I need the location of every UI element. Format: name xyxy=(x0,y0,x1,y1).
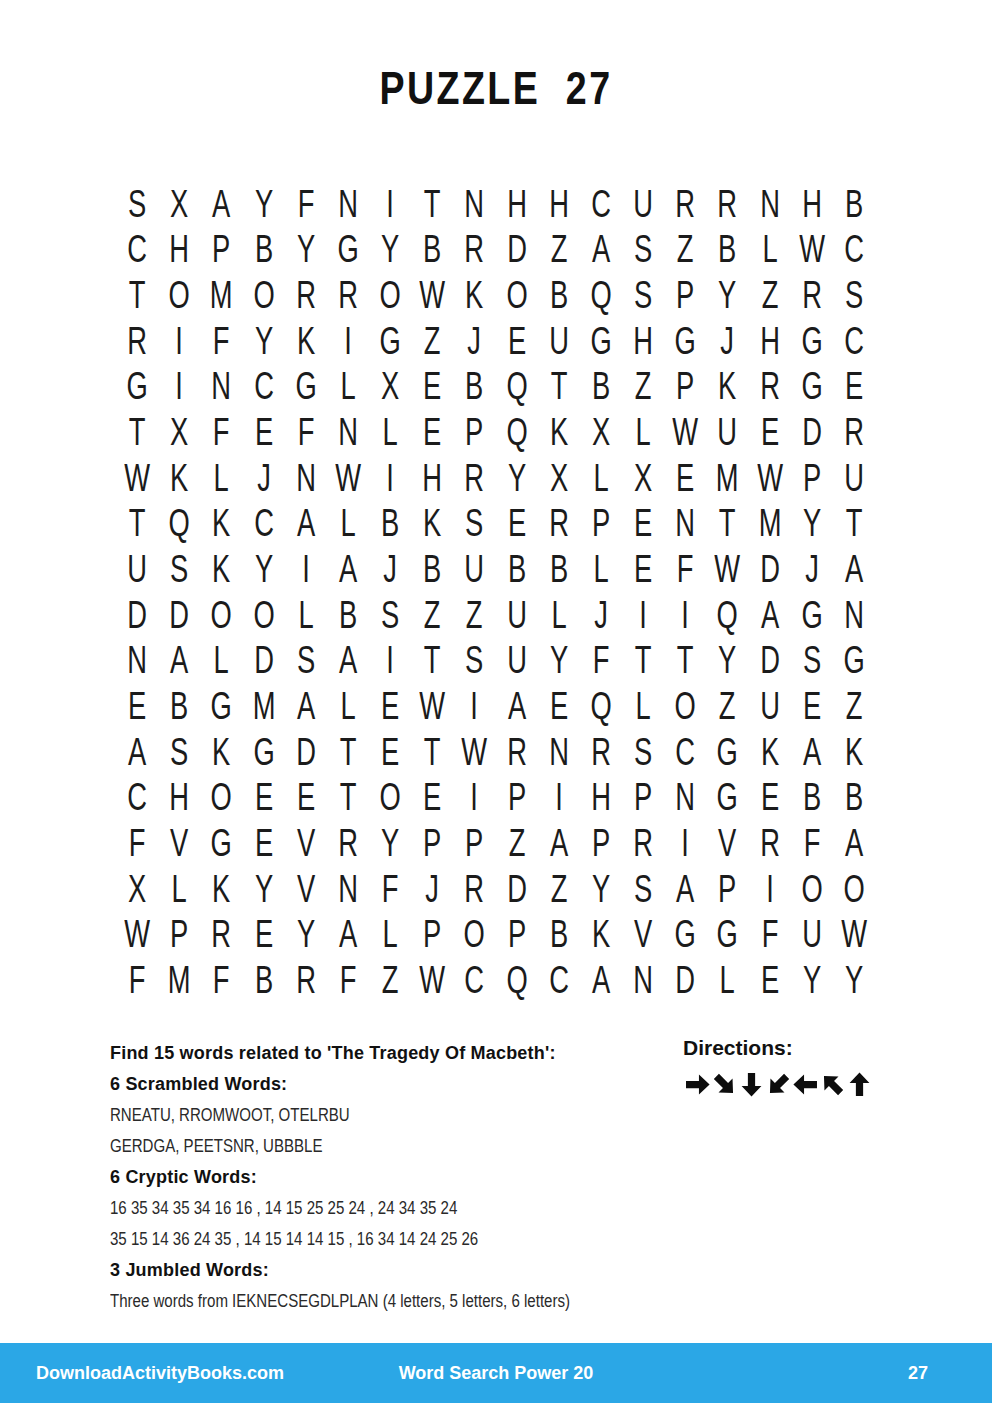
grid-cell[interactable]: I xyxy=(375,638,405,684)
grid-cell[interactable]: V xyxy=(291,820,321,866)
grid-cell[interactable]: U xyxy=(754,683,784,729)
grid-cell[interactable]: A xyxy=(797,729,827,775)
grid-cell[interactable]: F xyxy=(206,957,236,1003)
grid-cell[interactable]: Q xyxy=(586,272,616,318)
grid-cell[interactable]: A xyxy=(586,957,616,1003)
grid-cell[interactable]: W xyxy=(670,409,700,455)
grid-cell[interactable]: B xyxy=(164,683,194,729)
grid-cell[interactable]: J xyxy=(248,455,278,501)
grid-cell[interactable]: Y xyxy=(291,912,321,958)
grid-cell[interactable]: Y xyxy=(248,181,278,227)
grid-cell[interactable]: W xyxy=(417,957,447,1003)
grid-cell[interactable]: I xyxy=(291,546,321,592)
grid-cell[interactable]: B xyxy=(248,957,278,1003)
grid-cell[interactable]: L xyxy=(333,501,363,547)
grid-cell[interactable]: J xyxy=(797,546,827,592)
grid-cell[interactable]: Z xyxy=(544,227,574,273)
grid-cell[interactable]: I xyxy=(670,820,700,866)
grid-cell[interactable]: I xyxy=(459,683,489,729)
grid-cell[interactable]: K xyxy=(291,318,321,364)
grid-cell[interactable]: O xyxy=(248,592,278,638)
grid-cell[interactable]: H xyxy=(797,181,827,227)
grid-cell[interactable]: C xyxy=(670,729,700,775)
grid-cell[interactable]: W xyxy=(459,729,489,775)
grid-cell[interactable]: A xyxy=(333,912,363,958)
grid-cell[interactable]: S xyxy=(459,501,489,547)
grid-cell[interactable]: F xyxy=(754,912,784,958)
grid-cell[interactable]: O xyxy=(375,272,405,318)
grid-cell[interactable]: B xyxy=(375,501,405,547)
grid-cell[interactable]: P xyxy=(670,272,700,318)
grid-cell[interactable]: R xyxy=(839,409,869,455)
grid-cell[interactable]: K xyxy=(712,364,742,410)
grid-cell[interactable]: G xyxy=(670,912,700,958)
grid-cell[interactable]: W xyxy=(122,912,152,958)
grid-cell[interactable]: I xyxy=(459,775,489,821)
grid-cell[interactable]: Y xyxy=(797,501,827,547)
grid-cell[interactable]: V xyxy=(628,912,658,958)
grid-cell[interactable]: H xyxy=(586,775,616,821)
grid-cell[interactable]: T xyxy=(839,501,869,547)
grid-cell[interactable]: P xyxy=(586,820,616,866)
grid-cell[interactable]: G xyxy=(586,318,616,364)
grid-cell[interactable]: X xyxy=(628,455,658,501)
grid-cell[interactable]: O xyxy=(206,592,236,638)
grid-cell[interactable]: T xyxy=(670,638,700,684)
grid-cell[interactable]: A xyxy=(333,546,363,592)
grid-cell[interactable]: R xyxy=(544,501,574,547)
grid-cell[interactable]: N xyxy=(670,501,700,547)
grid-cell[interactable]: L xyxy=(375,912,405,958)
grid-cell[interactable]: M xyxy=(206,272,236,318)
grid-cell[interactable]: T xyxy=(122,501,152,547)
grid-cell[interactable]: E xyxy=(754,409,784,455)
grid-cell[interactable]: T xyxy=(417,181,447,227)
grid-cell[interactable]: Z xyxy=(459,592,489,638)
grid-cell[interactable]: P xyxy=(164,912,194,958)
grid-cell[interactable]: G xyxy=(712,775,742,821)
grid-cell[interactable]: W xyxy=(754,455,784,501)
grid-cell[interactable]: L xyxy=(712,957,742,1003)
grid-cell[interactable]: Y xyxy=(501,455,531,501)
grid-cell[interactable]: G xyxy=(797,592,827,638)
grid-cell[interactable]: U xyxy=(122,546,152,592)
grid-cell[interactable]: I xyxy=(164,318,194,364)
grid-cell[interactable]: F xyxy=(122,957,152,1003)
grid-cell[interactable]: E xyxy=(248,775,278,821)
grid-cell[interactable]: O xyxy=(839,866,869,912)
grid-cell[interactable]: X xyxy=(122,866,152,912)
grid-cell[interactable]: M xyxy=(712,455,742,501)
grid-cell[interactable]: B xyxy=(333,592,363,638)
grid-cell[interactable]: E xyxy=(501,501,531,547)
grid-cell[interactable]: W xyxy=(797,227,827,273)
grid-cell[interactable]: C xyxy=(459,957,489,1003)
grid-cell[interactable]: T xyxy=(122,272,152,318)
grid-cell[interactable]: K xyxy=(417,501,447,547)
grid-cell[interactable]: P xyxy=(797,455,827,501)
grid-cell[interactable]: U xyxy=(797,912,827,958)
grid-cell[interactable]: R xyxy=(333,272,363,318)
grid-cell[interactable]: D xyxy=(754,546,784,592)
grid-cell[interactable]: I xyxy=(670,592,700,638)
grid-cell[interactable]: I xyxy=(375,181,405,227)
grid-cell[interactable]: T xyxy=(122,409,152,455)
grid-cell[interactable]: E xyxy=(628,501,658,547)
grid-cell[interactable]: Z xyxy=(417,592,447,638)
grid-cell[interactable]: Y xyxy=(375,227,405,273)
grid-cell[interactable]: C xyxy=(839,318,869,364)
grid-cell[interactable]: Z xyxy=(375,957,405,1003)
grid-cell[interactable]: P xyxy=(712,866,742,912)
grid-cell[interactable]: Q xyxy=(164,501,194,547)
grid-cell[interactable]: O xyxy=(375,775,405,821)
grid-cell[interactable]: W xyxy=(712,546,742,592)
grid-cell[interactable]: G xyxy=(291,364,321,410)
grid-cell[interactable]: E xyxy=(417,409,447,455)
grid-cell[interactable]: B xyxy=(712,227,742,273)
grid-cell[interactable]: P xyxy=(628,775,658,821)
grid-cell[interactable]: B xyxy=(544,546,574,592)
grid-cell[interactable]: R xyxy=(291,272,321,318)
grid-cell[interactable]: N xyxy=(628,957,658,1003)
grid-cell[interactable]: Z xyxy=(712,683,742,729)
grid-cell[interactable]: T xyxy=(712,501,742,547)
grid-cell[interactable]: B xyxy=(417,546,447,592)
grid-cell[interactable]: B xyxy=(839,775,869,821)
grid-cell[interactable]: K xyxy=(206,866,236,912)
grid-cell[interactable]: Y xyxy=(248,318,278,364)
grid-cell[interactable]: B xyxy=(248,227,278,273)
grid-cell[interactable]: Q xyxy=(501,957,531,1003)
grid-cell[interactable]: Y xyxy=(712,638,742,684)
grid-cell[interactable]: O xyxy=(670,683,700,729)
grid-cell[interactable]: L xyxy=(628,409,658,455)
grid-cell[interactable]: G xyxy=(670,318,700,364)
grid-cell[interactable]: Y xyxy=(839,957,869,1003)
grid-cell[interactable]: E xyxy=(797,683,827,729)
grid-cell[interactable]: R xyxy=(459,866,489,912)
grid-cell[interactable]: S xyxy=(839,272,869,318)
grid-cell[interactable]: B xyxy=(544,912,574,958)
grid-cell[interactable]: R xyxy=(459,227,489,273)
grid-cell[interactable]: V xyxy=(291,866,321,912)
grid-cell[interactable]: H xyxy=(164,775,194,821)
grid-cell[interactable]: T xyxy=(333,775,363,821)
grid-cell[interactable]: F xyxy=(291,181,321,227)
grid-cell[interactable]: Y xyxy=(291,227,321,273)
grid-cell[interactable]: A xyxy=(544,820,574,866)
grid-cell[interactable]: A xyxy=(206,181,236,227)
grid-cell[interactable]: S xyxy=(797,638,827,684)
grid-cell[interactable]: C xyxy=(248,364,278,410)
grid-cell[interactable]: M xyxy=(754,501,784,547)
grid-cell[interactable]: L xyxy=(544,592,574,638)
grid-cell[interactable]: V xyxy=(712,820,742,866)
grid-cell[interactable]: M xyxy=(248,683,278,729)
grid-cell[interactable]: F xyxy=(291,409,321,455)
grid-cell[interactable]: E xyxy=(754,957,784,1003)
grid-cell[interactable]: Y xyxy=(544,638,574,684)
grid-cell[interactable]: F xyxy=(586,638,616,684)
grid-cell[interactable]: W xyxy=(417,272,447,318)
grid-cell[interactable]: J xyxy=(417,866,447,912)
grid-cell[interactable]: L xyxy=(628,683,658,729)
grid-cell[interactable]: D xyxy=(797,409,827,455)
grid-cell[interactable]: Q xyxy=(501,364,531,410)
grid-cell[interactable]: X xyxy=(544,455,574,501)
grid-cell[interactable]: N xyxy=(333,181,363,227)
grid-cell[interactable]: R xyxy=(206,912,236,958)
grid-cell[interactable]: E xyxy=(670,455,700,501)
grid-cell[interactable]: J xyxy=(459,318,489,364)
grid-cell[interactable]: S xyxy=(628,227,658,273)
grid-cell[interactable]: W xyxy=(122,455,152,501)
grid-cell[interactable]: B xyxy=(459,364,489,410)
grid-cell[interactable]: K xyxy=(754,729,784,775)
grid-cell[interactable]: Z xyxy=(417,318,447,364)
grid-cell[interactable]: X xyxy=(586,409,616,455)
grid-cell[interactable]: E xyxy=(417,364,447,410)
grid-cell[interactable]: R xyxy=(670,181,700,227)
grid-cell[interactable]: H xyxy=(754,318,784,364)
grid-cell[interactable]: F xyxy=(206,409,236,455)
grid-cell[interactable]: F xyxy=(333,957,363,1003)
grid-cell[interactable]: Z xyxy=(839,683,869,729)
grid-cell[interactable]: T xyxy=(417,638,447,684)
grid-cell[interactable]: G xyxy=(375,318,405,364)
grid-cell[interactable]: A xyxy=(122,729,152,775)
grid-cell[interactable]: T xyxy=(417,729,447,775)
grid-cell[interactable]: O xyxy=(459,912,489,958)
grid-cell[interactable]: K xyxy=(459,272,489,318)
grid-cell[interactable]: D xyxy=(501,227,531,273)
grid-cell[interactable]: G xyxy=(206,820,236,866)
grid-cell[interactable]: E xyxy=(417,775,447,821)
grid-cell[interactable]: A xyxy=(839,546,869,592)
grid-cell[interactable]: K xyxy=(839,729,869,775)
grid-cell[interactable]: E xyxy=(248,912,278,958)
grid-cell[interactable]: N xyxy=(754,181,784,227)
grid-cell[interactable]: K xyxy=(544,409,574,455)
grid-cell[interactable]: N xyxy=(291,455,321,501)
grid-cell[interactable]: H xyxy=(417,455,447,501)
grid-cell[interactable]: S xyxy=(164,729,194,775)
grid-cell[interactable]: N xyxy=(333,866,363,912)
grid-cell[interactable]: K xyxy=(164,455,194,501)
grid-cell[interactable]: R xyxy=(797,272,827,318)
grid-cell[interactable]: E xyxy=(375,683,405,729)
grid-cell[interactable]: Y xyxy=(375,820,405,866)
grid-cell[interactable]: R xyxy=(501,729,531,775)
grid-cell[interactable]: I xyxy=(333,318,363,364)
grid-cell[interactable]: G xyxy=(712,729,742,775)
grid-cell[interactable]: G xyxy=(122,364,152,410)
grid-cell[interactable]: C xyxy=(839,227,869,273)
grid-cell[interactable]: P xyxy=(586,501,616,547)
grid-cell[interactable]: C xyxy=(248,501,278,547)
grid-cell[interactable]: O xyxy=(248,272,278,318)
grid-cell[interactable]: K xyxy=(206,501,236,547)
grid-cell[interactable]: Y xyxy=(248,546,278,592)
grid-cell[interactable]: D xyxy=(164,592,194,638)
grid-cell[interactable]: O xyxy=(164,272,194,318)
grid-cell[interactable]: A xyxy=(164,638,194,684)
grid-cell[interactable]: E xyxy=(501,318,531,364)
grid-cell[interactable]: L xyxy=(164,866,194,912)
grid-cell[interactable]: L xyxy=(375,409,405,455)
grid-cell[interactable]: F xyxy=(375,866,405,912)
grid-cell[interactable]: R xyxy=(291,957,321,1003)
grid-cell[interactable]: E xyxy=(291,775,321,821)
grid-cell[interactable]: F xyxy=(122,820,152,866)
grid-cell[interactable]: P xyxy=(501,912,531,958)
grid-cell[interactable]: D xyxy=(122,592,152,638)
grid-cell[interactable]: N xyxy=(333,409,363,455)
grid-cell[interactable]: P xyxy=(501,775,531,821)
grid-cell[interactable]: C xyxy=(122,775,152,821)
grid-cell[interactable]: K xyxy=(586,912,616,958)
grid-cell[interactable]: L xyxy=(291,592,321,638)
grid-cell[interactable]: C xyxy=(544,957,574,1003)
grid-cell[interactable]: F xyxy=(670,546,700,592)
grid-cell[interactable]: T xyxy=(544,364,574,410)
grid-cell[interactable]: G xyxy=(797,364,827,410)
grid-cell[interactable]: I xyxy=(754,866,784,912)
grid-cell[interactable]: L xyxy=(333,364,363,410)
grid-cell[interactable]: E xyxy=(122,683,152,729)
grid-cell[interactable]: S xyxy=(291,638,321,684)
grid-cell[interactable]: Z xyxy=(670,227,700,273)
grid-cell[interactable]: S xyxy=(164,546,194,592)
grid-cell[interactable]: E xyxy=(754,775,784,821)
grid-cell[interactable]: A xyxy=(333,638,363,684)
grid-cell[interactable]: N xyxy=(839,592,869,638)
grid-cell[interactable]: R xyxy=(122,318,152,364)
grid-cell[interactable]: Q xyxy=(586,683,616,729)
grid-cell[interactable]: B xyxy=(797,775,827,821)
grid-cell[interactable]: C xyxy=(586,181,616,227)
grid-cell[interactable]: P xyxy=(459,820,489,866)
grid-cell[interactable]: L xyxy=(586,455,616,501)
grid-cell[interactable]: U xyxy=(459,546,489,592)
grid-cell[interactable]: G xyxy=(839,638,869,684)
grid-cell[interactable]: F xyxy=(206,318,236,364)
grid-cell[interactable]: V xyxy=(164,820,194,866)
grid-cell[interactable]: G xyxy=(712,912,742,958)
grid-cell[interactable]: B xyxy=(544,272,574,318)
grid-cell[interactable]: E xyxy=(248,820,278,866)
grid-cell[interactable]: A xyxy=(754,592,784,638)
grid-cell[interactable]: U xyxy=(839,455,869,501)
grid-cell[interactable]: Y xyxy=(586,866,616,912)
grid-cell[interactable]: S xyxy=(628,272,658,318)
grid-cell[interactable]: R xyxy=(754,820,784,866)
grid-cell[interactable]: S xyxy=(628,866,658,912)
grid-cell[interactable]: C xyxy=(122,227,152,273)
grid-cell[interactable]: H xyxy=(544,181,574,227)
grid-cell[interactable]: H xyxy=(628,318,658,364)
grid-cell[interactable]: S xyxy=(459,638,489,684)
grid-cell[interactable]: R xyxy=(459,455,489,501)
grid-cell[interactable]: S xyxy=(628,729,658,775)
grid-cell[interactable]: D xyxy=(501,866,531,912)
grid-cell[interactable]: Q xyxy=(501,409,531,455)
grid-cell[interactable]: X xyxy=(164,409,194,455)
grid-cell[interactable]: L xyxy=(754,227,784,273)
grid-cell[interactable]: U xyxy=(712,409,742,455)
grid-cell[interactable]: Q xyxy=(712,592,742,638)
grid-cell[interactable]: D xyxy=(291,729,321,775)
grid-cell[interactable]: A xyxy=(839,820,869,866)
grid-cell[interactable]: A xyxy=(291,501,321,547)
grid-cell[interactable]: G xyxy=(797,318,827,364)
grid-cell[interactable]: E xyxy=(375,729,405,775)
grid-cell[interactable]: U xyxy=(501,638,531,684)
grid-cell[interactable]: Y xyxy=(712,272,742,318)
grid-cell[interactable]: N xyxy=(122,638,152,684)
grid-cell[interactable]: U xyxy=(628,181,658,227)
grid-cell[interactable]: I xyxy=(544,775,574,821)
grid-cell[interactable]: A xyxy=(670,866,700,912)
grid-cell[interactable]: F xyxy=(797,820,827,866)
grid-cell[interactable]: D xyxy=(754,638,784,684)
grid-cell[interactable]: P xyxy=(417,912,447,958)
grid-cell[interactable]: R xyxy=(712,181,742,227)
grid-cell[interactable]: L xyxy=(586,546,616,592)
grid-cell[interactable]: N xyxy=(459,181,489,227)
grid-cell[interactable]: D xyxy=(670,957,700,1003)
grid-cell[interactable]: A xyxy=(291,683,321,729)
grid-cell[interactable]: G xyxy=(206,683,236,729)
grid-cell[interactable]: U xyxy=(501,592,531,638)
grid-cell[interactable]: E xyxy=(839,364,869,410)
grid-cell[interactable]: I xyxy=(164,364,194,410)
grid-cell[interactable]: S xyxy=(122,181,152,227)
grid-cell[interactable]: O xyxy=(797,866,827,912)
grid-cell[interactable]: E xyxy=(248,409,278,455)
grid-cell[interactable]: N xyxy=(670,775,700,821)
grid-cell[interactable]: G xyxy=(333,227,363,273)
grid-cell[interactable]: X xyxy=(375,364,405,410)
grid-cell[interactable]: B xyxy=(586,364,616,410)
grid-cell[interactable]: W xyxy=(839,912,869,958)
grid-cell[interactable]: J xyxy=(375,546,405,592)
grid-cell[interactable]: K xyxy=(206,546,236,592)
grid-cell[interactable]: M xyxy=(164,957,194,1003)
grid-cell[interactable]: A xyxy=(586,227,616,273)
grid-cell[interactable]: J xyxy=(586,592,616,638)
grid-cell[interactable]: L xyxy=(206,455,236,501)
grid-cell[interactable]: L xyxy=(206,638,236,684)
grid-cell[interactable]: R xyxy=(586,729,616,775)
grid-cell[interactable]: L xyxy=(333,683,363,729)
grid-cell[interactable]: G xyxy=(248,729,278,775)
grid-cell[interactable]: X xyxy=(164,181,194,227)
grid-cell[interactable]: H xyxy=(501,181,531,227)
grid-cell[interactable]: S xyxy=(375,592,405,638)
grid-cell[interactable]: E xyxy=(628,546,658,592)
grid-cell[interactable]: U xyxy=(544,318,574,364)
grid-cell[interactable]: D xyxy=(248,638,278,684)
grid-cell[interactable]: E xyxy=(544,683,574,729)
grid-cell[interactable]: O xyxy=(501,272,531,318)
grid-cell[interactable]: A xyxy=(501,683,531,729)
grid-cell[interactable]: J xyxy=(712,318,742,364)
grid-cell[interactable]: Y xyxy=(797,957,827,1003)
grid-cell[interactable]: R xyxy=(333,820,363,866)
grid-cell[interactable]: H xyxy=(164,227,194,273)
